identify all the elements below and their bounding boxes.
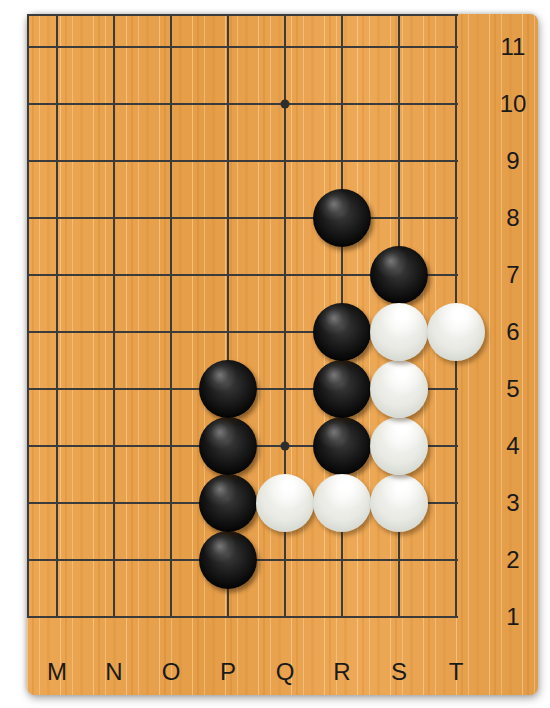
white-stone-S3 — [370, 474, 428, 532]
white-stone-S5 — [370, 360, 428, 418]
black-stone-R5 — [313, 360, 371, 418]
row-label-6: 6 — [494, 317, 532, 347]
row-label-3: 3 — [494, 488, 532, 518]
black-stone-P3 — [199, 474, 257, 532]
column-label-O: O — [152, 659, 190, 685]
black-stone-R6 — [313, 303, 371, 361]
column-label-T: T — [437, 659, 475, 685]
black-stone-R8 — [313, 189, 371, 247]
row-label-5: 5 — [494, 374, 532, 404]
black-stone-S7 — [370, 246, 428, 304]
row-label-10: 10 — [494, 89, 532, 119]
white-stone-S6 — [370, 303, 428, 361]
column-label-N: N — [95, 659, 133, 685]
stones-layer — [28, 18, 484, 645]
column-label-S: S — [380, 659, 418, 685]
row-label-7: 7 — [494, 260, 532, 290]
row-label-11: 11 — [494, 32, 532, 62]
column-label-Q: Q — [266, 659, 304, 685]
row-label-8: 8 — [494, 203, 532, 233]
go-board[interactable]: MNOPQRST 1234567891011 — [27, 14, 538, 695]
row-label-2: 2 — [494, 545, 532, 575]
row-label-1: 1 — [494, 602, 532, 632]
column-label-P: P — [209, 659, 247, 685]
black-stone-P2 — [199, 531, 257, 589]
white-stone-S4 — [370, 417, 428, 475]
white-stone-Q3 — [256, 474, 314, 532]
row-label-4: 4 — [494, 431, 532, 461]
column-label-R: R — [323, 659, 361, 685]
black-stone-P4 — [199, 417, 257, 475]
white-stone-T6 — [427, 303, 485, 361]
black-stone-P5 — [199, 360, 257, 418]
row-label-9: 9 — [494, 146, 532, 176]
black-stone-R4 — [313, 417, 371, 475]
white-stone-R3 — [313, 474, 371, 532]
column-label-M: M — [38, 659, 76, 685]
